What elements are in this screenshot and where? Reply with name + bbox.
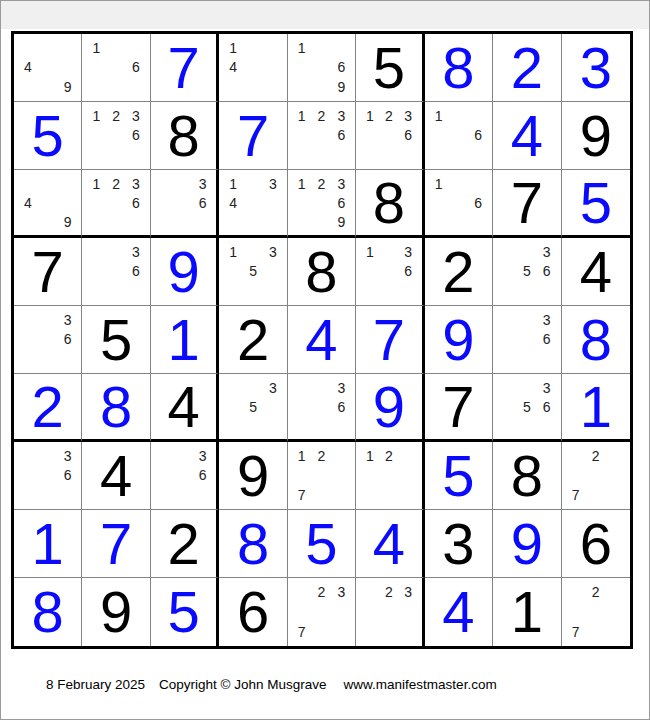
candidate-empty <box>243 38 263 58</box>
cell-r4c9[interactable]: 4 <box>562 238 630 306</box>
candidate-6: 6 <box>126 262 146 282</box>
cell-r3c5[interactable]: 12369 <box>288 170 356 238</box>
cell-r5c8[interactable]: 36 <box>493 306 561 374</box>
cell-r3c1[interactable]: 49 <box>14 170 82 238</box>
candidate-empty <box>497 242 517 262</box>
cell-r4c4[interactable]: 135 <box>219 238 287 306</box>
candidate-empty <box>86 58 106 78</box>
cell-r5c9[interactable]: 8 <box>562 306 630 374</box>
given-digit: 5 <box>100 311 132 369</box>
cell-r6c6[interactable]: 9 <box>356 374 424 442</box>
candidate-empty <box>243 174 263 193</box>
candidate-empty <box>263 58 283 78</box>
candidate-empty <box>497 397 517 416</box>
cell-r2c2[interactable]: 1236 <box>82 102 150 170</box>
candidate-empty <box>243 378 263 397</box>
candidate-6: 6 <box>331 126 351 146</box>
candidate-3: 3 <box>193 174 212 193</box>
candidate-empty <box>155 193 174 212</box>
candidate-6: 6 <box>331 397 351 416</box>
candidate-empty <box>18 446 38 466</box>
pencil-marks: 23 <box>360 582 417 642</box>
candidate-3: 3 <box>331 378 351 397</box>
given-digit: 4 <box>580 243 612 301</box>
candidate-3: 3 <box>263 174 283 193</box>
cell-r1c4[interactable]: 14 <box>219 34 287 102</box>
cell-r7c9[interactable]: 27 <box>562 442 630 510</box>
cell-r5c6[interactable]: 7 <box>356 306 424 374</box>
candidate-empty <box>126 77 146 97</box>
cell-r6c3[interactable]: 4 <box>151 374 219 442</box>
candidate-6: 6 <box>399 262 418 282</box>
cell-r2c8[interactable]: 4 <box>493 102 561 170</box>
pencil-marks: 36 <box>497 310 556 369</box>
candidate-empty <box>243 58 263 78</box>
entered-digit: 4 <box>442 583 474 641</box>
candidate-1: 1 <box>429 174 449 193</box>
pencil-marks: 356 <box>497 378 556 435</box>
entered-digit: 7 <box>100 515 132 573</box>
footer-website: www.manifestmaster.com <box>344 677 497 692</box>
pencil-marks: 36 <box>18 310 77 369</box>
cell-r3c6[interactable]: 8 <box>356 170 424 238</box>
cell-r1c5[interactable]: 169 <box>288 34 356 102</box>
candidate-9: 9 <box>331 212 351 231</box>
candidate-3: 3 <box>126 174 146 193</box>
cell-r9c6[interactable]: 23 <box>356 578 424 646</box>
entered-digit: 7 <box>373 311 405 369</box>
candidate-empty <box>106 77 126 97</box>
cell-r1c7[interactable]: 8 <box>425 34 493 102</box>
candidate-1: 1 <box>360 106 379 126</box>
cell-r8c4[interactable]: 8 <box>219 510 287 578</box>
candidate-6: 6 <box>126 58 146 78</box>
cell-r7c5[interactable]: 127 <box>288 442 356 510</box>
candidate-empty <box>448 212 468 231</box>
candidate-empty <box>312 126 332 146</box>
entered-digit: 1 <box>580 378 612 436</box>
entered-digit: 7 <box>167 39 199 97</box>
candidate-empty <box>448 126 468 146</box>
candidate-empty <box>263 77 283 97</box>
candidate-empty <box>399 485 418 505</box>
pencil-marks: 1236 <box>86 106 145 165</box>
entered-digit: 5 <box>305 515 337 573</box>
given-digit: 9 <box>237 447 269 505</box>
candidate-empty <box>292 378 312 397</box>
cell-r6c9[interactable]: 1 <box>562 374 630 442</box>
candidate-empty <box>312 378 332 397</box>
candidate-empty <box>243 77 263 97</box>
footer-date: 8 February 2025 <box>46 677 145 692</box>
cell-r9c1[interactable]: 8 <box>14 578 82 646</box>
pencil-marks: 1236 <box>292 106 351 165</box>
entered-digit: 3 <box>580 39 612 97</box>
entered-digit: 9 <box>442 311 474 369</box>
candidate-empty <box>193 485 212 505</box>
candidate-empty <box>379 281 398 301</box>
cell-r6c5[interactable]: 36 <box>288 374 356 442</box>
given-digit: 6 <box>580 515 612 573</box>
entered-digit: 1 <box>167 311 199 369</box>
candidate-empty <box>517 378 537 397</box>
candidate-3: 3 <box>399 242 418 262</box>
candidate-7: 7 <box>292 485 312 505</box>
candidate-3: 3 <box>58 310 78 330</box>
candidate-2: 2 <box>312 446 332 466</box>
given-digit: 2 <box>237 311 269 369</box>
candidate-empty <box>312 212 332 231</box>
cell-r8c7[interactable]: 3 <box>425 510 493 578</box>
pencil-marks: 36 <box>18 446 77 505</box>
candidate-5: 5 <box>243 262 263 282</box>
candidate-empty <box>379 242 398 262</box>
cell-r4c5[interactable]: 8 <box>288 238 356 306</box>
candidate-empty <box>312 602 332 622</box>
cell-r4c2[interactable]: 36 <box>82 238 150 306</box>
candidate-empty <box>399 145 418 165</box>
cell-r2c1[interactable]: 5 <box>14 102 82 170</box>
candidate-empty <box>517 310 537 330</box>
candidate-empty <box>586 466 606 486</box>
cell-r8c9[interactable]: 6 <box>562 510 630 578</box>
candidate-empty <box>331 602 351 622</box>
candidate-1: 1 <box>292 38 312 58</box>
candidate-empty <box>174 193 193 212</box>
candidate-empty <box>331 485 351 505</box>
cell-r7c3[interactable]: 36 <box>151 442 219 510</box>
candidate-3: 3 <box>537 242 557 262</box>
cell-r2c9[interactable]: 9 <box>562 102 630 170</box>
cell-r9c7[interactable]: 4 <box>425 578 493 646</box>
pencil-marks: 237 <box>292 582 351 642</box>
candidate-empty <box>38 310 58 330</box>
candidate-empty <box>292 416 312 435</box>
candidate-7: 7 <box>566 622 586 642</box>
sudoku-board: 4916714169582351236871236123616494912363… <box>11 31 633 649</box>
candidate-2: 2 <box>379 582 398 602</box>
cell-r2c4[interactable]: 7 <box>219 102 287 170</box>
given-digit: 4 <box>167 378 199 436</box>
candidate-3: 3 <box>263 242 283 262</box>
cell-r3c7[interactable]: 16 <box>425 170 493 238</box>
candidate-2: 2 <box>312 106 332 126</box>
pencil-marks: 27 <box>566 446 626 505</box>
candidate-3: 3 <box>399 582 418 602</box>
candidate-1: 1 <box>292 446 312 466</box>
candidate-empty <box>38 193 58 212</box>
candidate-empty <box>537 416 557 435</box>
cell-r3c8[interactable]: 7 <box>493 170 561 238</box>
given-digit: 3 <box>442 515 474 573</box>
candidate-empty <box>223 77 243 97</box>
top-strip <box>1 1 649 29</box>
candidate-empty <box>566 602 586 622</box>
candidate-empty <box>86 281 106 301</box>
candidate-4: 4 <box>223 193 243 212</box>
candidate-6: 6 <box>58 466 78 486</box>
candidate-empty <box>263 38 283 58</box>
cell-r5c2[interactable]: 5 <box>82 306 150 374</box>
cell-r8c5[interactable]: 5 <box>288 510 356 578</box>
candidate-9: 9 <box>58 77 78 97</box>
candidate-9: 9 <box>58 212 78 231</box>
cell-r8c6[interactable]: 4 <box>356 510 424 578</box>
candidate-3: 3 <box>126 106 146 126</box>
cell-r8c3[interactable]: 2 <box>151 510 219 578</box>
candidate-empty <box>429 126 449 146</box>
candidate-6: 6 <box>58 330 78 350</box>
cell-r9c9[interactable]: 27 <box>562 578 630 646</box>
pencil-marks: 16 <box>429 174 488 231</box>
candidate-4: 4 <box>18 58 38 78</box>
cell-r9c5[interactable]: 237 <box>288 578 356 646</box>
cell-r1c3[interactable]: 7 <box>151 34 219 102</box>
given-digit: 8 <box>373 174 405 232</box>
given-digit: 9 <box>580 107 612 165</box>
candidate-empty <box>468 106 488 126</box>
given-digit: 9 <box>100 583 132 641</box>
entered-digit: 9 <box>511 515 543 573</box>
cell-r6c8[interactable]: 356 <box>493 374 561 442</box>
candidate-2: 2 <box>312 174 332 193</box>
candidate-6: 6 <box>193 193 212 212</box>
cell-r6c7[interactable]: 7 <box>425 374 493 442</box>
given-digit: 8 <box>511 447 543 505</box>
cell-r1c8[interactable]: 2 <box>493 34 561 102</box>
given-digit: 8 <box>167 107 199 165</box>
candidate-2: 2 <box>586 446 606 466</box>
candidate-empty <box>86 262 106 282</box>
candidate-empty <box>263 281 283 301</box>
candidate-empty <box>360 485 379 505</box>
candidate-empty <box>292 466 312 486</box>
candidate-1: 1 <box>292 174 312 193</box>
candidate-empty <box>537 281 557 301</box>
given-digit: 7 <box>442 378 474 436</box>
candidate-3: 3 <box>126 242 146 262</box>
cell-r5c5[interactable]: 4 <box>288 306 356 374</box>
given-digit: 5 <box>373 39 405 97</box>
candidate-empty <box>292 582 312 602</box>
pencil-marks: 36 <box>292 378 351 435</box>
candidate-2: 2 <box>379 106 398 126</box>
entered-digit: 8 <box>442 39 474 97</box>
candidate-empty <box>312 397 332 416</box>
entered-digit: 5 <box>580 174 612 232</box>
cell-r2c3[interactable]: 8 <box>151 102 219 170</box>
candidate-empty <box>126 212 146 231</box>
cell-r1c1[interactable]: 49 <box>14 34 82 102</box>
candidate-empty <box>174 466 193 486</box>
cell-r6c4[interactable]: 35 <box>219 374 287 442</box>
candidate-empty <box>331 622 351 642</box>
candidate-empty <box>517 416 537 435</box>
pencil-marks: 27 <box>566 582 626 642</box>
candidate-5: 5 <box>243 397 263 416</box>
candidate-empty <box>517 242 537 262</box>
cell-r2c7[interactable]: 16 <box>425 102 493 170</box>
candidate-4: 4 <box>223 58 243 78</box>
cell-r7c4[interactable]: 9 <box>219 442 287 510</box>
cell-r9c3[interactable]: 5 <box>151 578 219 646</box>
candidate-empty <box>243 212 263 231</box>
pencil-marks: 356 <box>497 242 556 301</box>
candidate-empty <box>106 193 126 212</box>
candidate-2: 2 <box>379 446 398 466</box>
candidate-3: 3 <box>537 310 557 330</box>
cell-r8c1[interactable]: 1 <box>14 510 82 578</box>
cell-r9c4[interactable]: 6 <box>219 578 287 646</box>
candidate-empty <box>379 145 398 165</box>
pencil-marks: 136 <box>360 242 417 301</box>
candidate-empty <box>379 262 398 282</box>
cell-r8c8[interactable]: 9 <box>493 510 561 578</box>
candidate-empty <box>379 485 398 505</box>
cell-r6c2[interactable]: 8 <box>82 374 150 442</box>
candidate-empty <box>174 174 193 193</box>
candidate-empty <box>292 193 312 212</box>
footer-copyright: Copyright © John Musgrave <box>159 677 327 692</box>
candidate-empty <box>58 38 78 58</box>
candidate-empty <box>606 582 626 602</box>
cell-r1c2[interactable]: 16 <box>82 34 150 102</box>
candidate-1: 1 <box>360 242 379 262</box>
candidate-empty <box>223 212 243 231</box>
candidate-6: 6 <box>331 58 351 78</box>
entered-digit: 7 <box>237 107 269 165</box>
candidate-2: 2 <box>312 582 332 602</box>
cell-r3c2[interactable]: 1236 <box>82 170 150 238</box>
candidate-empty <box>155 174 174 193</box>
candidate-6: 6 <box>537 262 557 282</box>
candidate-empty <box>86 212 106 231</box>
candidate-7: 7 <box>292 622 312 642</box>
candidate-empty <box>497 330 517 350</box>
cell-r8c2[interactable]: 7 <box>82 510 150 578</box>
candidate-empty <box>174 212 193 231</box>
candidate-3: 3 <box>537 378 557 397</box>
pencil-marks: 135 <box>223 242 282 301</box>
given-digit: 7 <box>511 174 543 232</box>
cell-r1c6[interactable]: 5 <box>356 34 424 102</box>
candidate-6: 6 <box>193 466 212 486</box>
cell-r1c9[interactable]: 3 <box>562 34 630 102</box>
candidate-empty <box>448 145 468 165</box>
candidate-empty <box>606 602 626 622</box>
candidate-empty <box>38 77 58 97</box>
candidate-empty <box>379 622 398 642</box>
cell-r7c2[interactable]: 4 <box>82 442 150 510</box>
cell-r4c7[interactable]: 2 <box>425 238 493 306</box>
cell-r2c6[interactable]: 1236 <box>356 102 424 170</box>
cell-r4c6[interactable]: 136 <box>356 238 424 306</box>
candidate-empty <box>312 466 332 486</box>
candidate-empty <box>106 145 126 165</box>
entered-digit: 5 <box>442 447 474 505</box>
candidate-empty <box>193 212 212 231</box>
candidate-empty <box>312 485 332 505</box>
candidate-6: 6 <box>468 126 488 146</box>
candidate-empty <box>429 145 449 165</box>
candidate-empty <box>448 174 468 193</box>
cell-r4c8[interactable]: 356 <box>493 238 561 306</box>
cell-r3c9[interactable]: 5 <box>562 170 630 238</box>
candidate-3: 3 <box>399 106 418 126</box>
candidate-empty <box>86 145 106 165</box>
candidate-1: 1 <box>86 106 106 126</box>
candidate-empty <box>106 262 126 282</box>
candidate-empty <box>18 38 38 58</box>
candidate-empty <box>606 446 626 466</box>
candidate-empty <box>468 145 488 165</box>
candidate-6: 6 <box>468 193 488 212</box>
candidate-empty <box>360 126 379 146</box>
candidate-empty <box>292 58 312 78</box>
candidate-empty <box>106 38 126 58</box>
candidate-3: 3 <box>263 378 283 397</box>
cell-r7c1[interactable]: 36 <box>14 442 82 510</box>
cell-r7c8[interactable]: 8 <box>493 442 561 510</box>
candidate-empty <box>126 145 146 165</box>
pencil-marks: 36 <box>155 174 212 231</box>
cell-r9c8[interactable]: 1 <box>493 578 561 646</box>
cell-r4c1[interactable]: 7 <box>14 238 82 306</box>
cell-r9c2[interactable]: 9 <box>82 578 150 646</box>
candidate-empty <box>155 446 174 466</box>
cell-r6c1[interactable]: 2 <box>14 374 82 442</box>
cell-r3c3[interactable]: 36 <box>151 170 219 238</box>
cell-r3c4[interactable]: 134 <box>219 170 287 238</box>
entered-digit: 2 <box>511 39 543 97</box>
candidate-empty <box>360 466 379 486</box>
candidate-empty <box>468 174 488 193</box>
candidate-empty <box>468 212 488 231</box>
candidate-empty <box>18 310 38 330</box>
entered-digit: 1 <box>32 515 64 573</box>
candidate-empty <box>497 281 517 301</box>
candidate-empty <box>38 330 58 350</box>
candidate-empty <box>58 193 78 212</box>
candidate-empty <box>360 145 379 165</box>
cell-r7c7[interactable]: 5 <box>425 442 493 510</box>
candidate-empty <box>360 262 379 282</box>
candidate-empty <box>106 212 126 231</box>
candidate-2: 2 <box>586 582 606 602</box>
candidate-empty <box>38 174 58 193</box>
candidate-empty <box>360 622 379 642</box>
cell-r5c1[interactable]: 36 <box>14 306 82 374</box>
cell-r2c5[interactable]: 1236 <box>288 102 356 170</box>
candidate-empty <box>429 193 449 212</box>
cell-r4c3[interactable]: 9 <box>151 238 219 306</box>
cell-r5c7[interactable]: 9 <box>425 306 493 374</box>
entered-digit: 5 <box>167 583 199 641</box>
candidate-1: 1 <box>223 174 243 193</box>
candidate-empty <box>331 446 351 466</box>
candidate-3: 3 <box>58 446 78 466</box>
candidate-empty <box>58 58 78 78</box>
pencil-marks: 49 <box>18 38 77 97</box>
given-digit: 7 <box>32 243 64 301</box>
cell-r5c4[interactable]: 2 <box>219 306 287 374</box>
candidate-empty <box>399 466 418 486</box>
cell-r7c6[interactable]: 12 <box>356 442 424 510</box>
candidate-empty <box>448 106 468 126</box>
cell-r5c3[interactable]: 1 <box>151 306 219 374</box>
candidate-empty <box>331 416 351 435</box>
entered-digit: 8 <box>237 515 269 573</box>
